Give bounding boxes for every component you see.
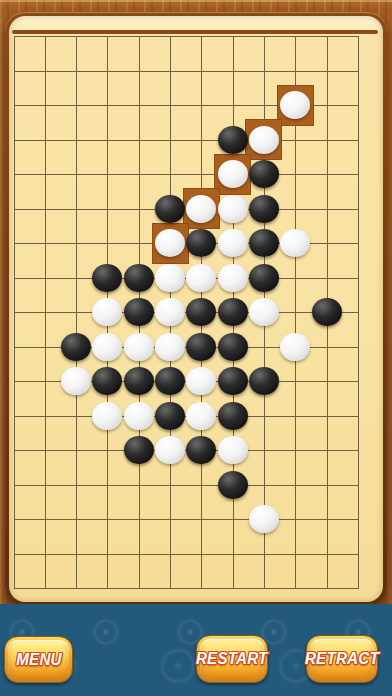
white-stone	[218, 436, 248, 464]
white-stone	[218, 229, 248, 257]
white-stone	[218, 195, 248, 223]
restart-button-label: RESTART	[196, 650, 268, 668]
menu-button[interactable]: MENU	[4, 636, 73, 683]
white-stone	[92, 333, 122, 361]
white-stone	[92, 298, 122, 326]
white-stone	[280, 229, 310, 257]
white-stone	[186, 402, 216, 430]
white-stone	[155, 436, 185, 464]
black-stone	[218, 333, 248, 361]
retract-button-face: RETRACT	[310, 639, 374, 679]
board-top-band	[12, 30, 378, 34]
retract-button-label: RETRACT	[305, 650, 379, 668]
black-stone	[124, 264, 154, 292]
black-stone	[61, 333, 91, 361]
black-stone	[249, 160, 279, 188]
white-stone	[186, 264, 216, 292]
grid-line-horizontal	[14, 174, 359, 175]
white-stone	[186, 195, 216, 223]
game-screen: MENU RESTART RETRACT	[0, 0, 392, 696]
grid-line-horizontal	[14, 71, 359, 72]
board-frame	[5, 12, 387, 606]
black-stone	[186, 436, 216, 464]
black-stone	[186, 298, 216, 326]
white-stone	[218, 264, 248, 292]
white-stone	[92, 402, 122, 430]
black-stone	[155, 367, 185, 395]
white-stone	[186, 367, 216, 395]
white-stone	[155, 229, 185, 257]
grid-line-horizontal	[14, 485, 359, 486]
black-stone	[218, 367, 248, 395]
black-stone	[92, 367, 122, 395]
black-stone	[155, 195, 185, 223]
grid-line-horizontal	[14, 588, 359, 589]
white-stone	[155, 298, 185, 326]
black-stone	[312, 298, 342, 326]
menu-button-label: MENU	[16, 651, 62, 669]
white-stone	[249, 505, 279, 533]
grid-line-horizontal	[14, 554, 359, 555]
grid-line-horizontal	[14, 519, 359, 520]
black-stone	[186, 229, 216, 257]
black-stone	[124, 298, 154, 326]
white-stone	[124, 402, 154, 430]
restart-button-face: RESTART	[200, 639, 264, 679]
menu-button-face: MENU	[8, 640, 69, 679]
grid-line-horizontal	[14, 140, 359, 141]
black-stone	[249, 195, 279, 223]
white-stone	[249, 298, 279, 326]
white-stone	[280, 91, 310, 119]
white-stone	[218, 160, 248, 188]
white-stone	[124, 333, 154, 361]
black-stone	[218, 471, 248, 499]
retract-button[interactable]: RETRACT	[306, 635, 378, 683]
restart-button[interactable]: RESTART	[196, 635, 268, 683]
black-stone	[124, 367, 154, 395]
black-stone	[186, 333, 216, 361]
black-stone	[155, 402, 185, 430]
black-stone	[249, 264, 279, 292]
white-stone	[155, 264, 185, 292]
white-stone	[61, 367, 91, 395]
black-stone	[218, 126, 248, 154]
grid-line-horizontal	[14, 36, 359, 37]
black-stone	[249, 229, 279, 257]
white-stone	[280, 333, 310, 361]
black-stone	[124, 436, 154, 464]
board[interactable]	[9, 16, 383, 602]
black-stone	[218, 402, 248, 430]
black-stone	[218, 298, 248, 326]
black-stone	[249, 367, 279, 395]
black-stone	[92, 264, 122, 292]
white-stone	[249, 126, 279, 154]
white-stone	[155, 333, 185, 361]
